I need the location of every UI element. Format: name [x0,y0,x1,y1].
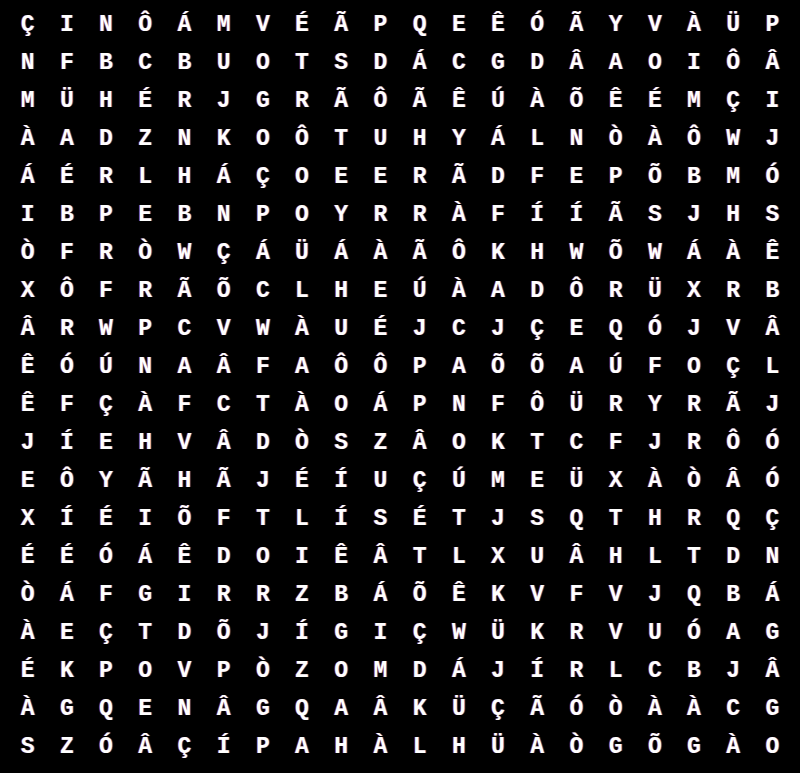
grid-cell[interactable]: O [282,196,321,234]
grid-cell[interactable]: Á [674,234,713,272]
grid-cell[interactable]: W [439,615,478,653]
grid-cell[interactable]: B [47,196,86,234]
grid-cell[interactable]: A [557,348,596,386]
grid-cell[interactable]: W [635,234,674,272]
grid-cell[interactable]: T [439,501,478,539]
grid-cell[interactable]: Ò [126,234,165,272]
grid-cell[interactable]: F [47,234,86,272]
grid-cell[interactable]: Õ [635,729,674,767]
grid-cell[interactable]: Â [557,539,596,577]
grid-cell[interactable]: F [596,425,635,463]
grid-cell[interactable]: Ô [714,425,753,463]
grid-cell[interactable]: Ô [439,234,478,272]
grid-cell[interactable]: Í [322,463,361,501]
grid-cell[interactable]: I [753,82,792,120]
grid-cell[interactable]: R [674,386,713,424]
grid-cell[interactable]: T [674,539,713,577]
grid-cell[interactable]: B [165,196,204,234]
grid-cell[interactable]: R [86,158,125,196]
grid-cell[interactable]: Á [204,158,243,196]
grid-cell[interactable]: D [86,120,125,158]
grid-cell[interactable]: V [596,615,635,653]
grid-cell[interactable]: Á [126,539,165,577]
grid-cell[interactable]: H [596,539,635,577]
grid-cell[interactable]: E [439,6,478,44]
grid-cell[interactable]: Ó [86,539,125,577]
grid-cell[interactable]: Q [557,501,596,539]
grid-cell[interactable]: A [322,691,361,729]
grid-cell[interactable]: Ò [557,729,596,767]
grid-cell[interactable]: K [518,615,557,653]
grid-cell[interactable]: Í [47,501,86,539]
grid-cell[interactable]: U [361,463,400,501]
grid-cell[interactable]: R [126,272,165,310]
grid-cell[interactable]: O [753,729,792,767]
grid-cell[interactable]: E [126,196,165,234]
grid-cell[interactable]: À [439,272,478,310]
grid-cell[interactable]: J [8,425,47,463]
grid-cell[interactable]: R [674,501,713,539]
grid-cell[interactable]: U [518,539,557,577]
grid-cell[interactable]: F [518,158,557,196]
grid-cell[interactable]: P [86,196,125,234]
grid-cell[interactable]: Ê [322,539,361,577]
grid-cell[interactable]: À [8,691,47,729]
grid-cell[interactable]: Ç [518,310,557,348]
grid-cell[interactable]: F [478,196,517,234]
grid-cell[interactable]: Ü [714,6,753,44]
grid-cell[interactable]: Ó [518,6,557,44]
grid-cell[interactable]: É [47,158,86,196]
grid-cell[interactable]: J [243,463,282,501]
grid-cell[interactable]: V [635,6,674,44]
grid-cell[interactable]: J [400,310,439,348]
grid-cell[interactable]: H [322,729,361,767]
grid-cell[interactable]: J [753,120,792,158]
grid-cell[interactable]: À [674,6,713,44]
grid-cell[interactable]: T [282,44,321,82]
grid-cell[interactable]: L [439,539,478,577]
grid-cell[interactable]: Ê [439,577,478,615]
grid-cell[interactable]: C [126,44,165,82]
grid-cell[interactable]: Ò [243,653,282,691]
grid-cell[interactable]: Ü [439,691,478,729]
grid-cell[interactable]: I [674,44,713,82]
grid-cell[interactable]: N [557,120,596,158]
grid-cell[interactable]: Ò [596,691,635,729]
grid-cell[interactable]: Z [126,120,165,158]
grid-cell[interactable]: Á [439,653,478,691]
grid-cell[interactable]: E [322,158,361,196]
grid-cell[interactable]: Ô [714,44,753,82]
grid-cell[interactable]: N [165,120,204,158]
grid-cell[interactable]: G [243,82,282,120]
grid-cell[interactable]: T [322,120,361,158]
grid-cell[interactable]: Ü [478,615,517,653]
grid-cell[interactable]: P [753,6,792,44]
grid-cell[interactable]: T [596,501,635,539]
grid-cell[interactable]: Í [47,425,86,463]
grid-cell[interactable]: É [47,539,86,577]
grid-cell[interactable]: Q [86,691,125,729]
grid-cell[interactable]: I [165,577,204,615]
grid-cell[interactable]: D [518,272,557,310]
grid-cell[interactable]: O [282,158,321,196]
grid-cell[interactable]: P [126,310,165,348]
grid-cell[interactable]: L [282,272,321,310]
grid-cell[interactable]: Y [596,6,635,44]
grid-cell[interactable]: H [518,234,557,272]
grid-cell[interactable]: U [635,615,674,653]
grid-cell[interactable]: Ã [714,386,753,424]
grid-cell[interactable]: J [478,653,517,691]
grid-cell[interactable]: V [714,310,753,348]
grid-cell[interactable]: C [635,653,674,691]
grid-cell[interactable]: E [557,158,596,196]
grid-cell[interactable]: Ê [753,234,792,272]
grid-cell[interactable]: A [439,348,478,386]
grid-cell[interactable]: Õ [478,348,517,386]
grid-cell[interactable]: Ò [674,463,713,501]
grid-cell[interactable]: L [400,729,439,767]
grid-cell[interactable]: C [714,691,753,729]
grid-cell[interactable]: S [322,44,361,82]
grid-cell[interactable]: Ê [478,6,517,44]
grid-cell[interactable]: W [243,310,282,348]
grid-cell[interactable]: E [8,463,47,501]
grid-cell[interactable]: O [243,539,282,577]
grid-cell[interactable]: Ç [714,348,753,386]
grid-cell[interactable]: Ã [439,158,478,196]
grid-cell[interactable]: Â [753,44,792,82]
grid-cell[interactable]: Í [204,729,243,767]
grid-cell[interactable]: Y [322,196,361,234]
grid-cell[interactable]: Z [47,729,86,767]
grid-cell[interactable]: J [635,425,674,463]
grid-cell[interactable]: N [753,539,792,577]
grid-cell[interactable]: S [518,501,557,539]
grid-cell[interactable]: Õ [557,82,596,120]
grid-cell[interactable]: Ó [674,615,713,653]
grid-cell[interactable]: Ê [8,348,47,386]
grid-cell[interactable]: F [635,348,674,386]
grid-cell[interactable]: K [47,653,86,691]
grid-cell[interactable]: V [165,425,204,463]
grid-cell[interactable]: O [322,386,361,424]
grid-cell[interactable]: K [478,577,517,615]
grid-cell[interactable]: E [557,310,596,348]
grid-cell[interactable]: À [635,120,674,158]
grid-cell[interactable]: J [674,196,713,234]
grid-cell[interactable]: R [557,615,596,653]
grid-cell[interactable]: Í [557,196,596,234]
grid-cell[interactable]: C [557,425,596,463]
grid-cell[interactable]: M [714,158,753,196]
grid-cell[interactable]: É [126,82,165,120]
grid-cell[interactable]: Í [282,615,321,653]
grid-cell[interactable]: Ó [86,729,125,767]
grid-cell[interactable]: E [126,691,165,729]
grid-cell[interactable]: B [714,577,753,615]
grid-cell[interactable]: É [282,6,321,44]
grid-cell[interactable]: T [126,615,165,653]
grid-cell[interactable]: Õ [165,501,204,539]
grid-cell[interactable]: F [478,386,517,424]
grid-cell[interactable]: J [674,310,713,348]
grid-cell[interactable]: Ô [47,272,86,310]
grid-cell[interactable]: À [8,615,47,653]
grid-cell[interactable]: V [518,577,557,615]
grid-cell[interactable]: À [518,729,557,767]
grid-cell[interactable]: À [361,729,400,767]
grid-cell[interactable]: Ã [557,6,596,44]
grid-cell[interactable]: U [322,310,361,348]
grid-cell[interactable]: Q [400,6,439,44]
grid-cell[interactable]: Ç [204,234,243,272]
grid-cell[interactable]: Ó [753,463,792,501]
grid-cell[interactable]: O [243,44,282,82]
grid-cell[interactable]: E [86,425,125,463]
grid-cell[interactable]: R [204,577,243,615]
grid-cell[interactable]: J [753,386,792,424]
grid-cell[interactable]: Í [518,196,557,234]
grid-cell[interactable]: Ô [47,463,86,501]
grid-cell[interactable]: G [753,615,792,653]
grid-cell[interactable]: W [557,234,596,272]
grid-cell[interactable]: H [126,425,165,463]
grid-cell[interactable]: Â [361,691,400,729]
grid-cell[interactable]: Ò [8,577,47,615]
grid-cell[interactable]: Â [204,348,243,386]
grid-cell[interactable]: Â [714,463,753,501]
grid-cell[interactable]: H [165,463,204,501]
grid-cell[interactable]: Ê [596,82,635,120]
grid-cell[interactable]: R [282,82,321,120]
grid-cell[interactable]: D [361,44,400,82]
grid-cell[interactable]: Õ [400,577,439,615]
grid-cell[interactable]: M [8,82,47,120]
grid-cell[interactable]: R [400,158,439,196]
grid-cell[interactable]: Ã [204,463,243,501]
grid-cell[interactable]: Ü [47,82,86,120]
grid-cell[interactable]: G [322,615,361,653]
grid-cell[interactable]: W [86,310,125,348]
grid-cell[interactable]: G [126,577,165,615]
grid-cell[interactable]: H [714,196,753,234]
grid-cell[interactable]: Ç [165,729,204,767]
grid-cell[interactable]: Z [361,425,400,463]
grid-cell[interactable]: Ô [126,6,165,44]
grid-cell[interactable]: Ô [557,272,596,310]
grid-cell[interactable]: Ó [47,348,86,386]
grid-cell[interactable]: É [8,539,47,577]
grid-cell[interactable]: É [400,501,439,539]
grid-cell[interactable]: R [674,425,713,463]
grid-cell[interactable]: H [86,82,125,120]
grid-cell[interactable]: Â [204,425,243,463]
grid-cell[interactable]: Ó [635,310,674,348]
grid-cell[interactable]: F [47,44,86,82]
grid-cell[interactable]: L [282,501,321,539]
grid-cell[interactable]: T [518,425,557,463]
grid-cell[interactable]: C [165,310,204,348]
grid-cell[interactable]: N [126,348,165,386]
grid-cell[interactable]: Õ [204,272,243,310]
grid-cell[interactable]: F [165,386,204,424]
grid-cell[interactable]: P [204,653,243,691]
grid-cell[interactable]: C [204,386,243,424]
grid-cell[interactable]: Ã [400,234,439,272]
grid-cell[interactable]: D [204,539,243,577]
grid-cell[interactable]: Ú [400,272,439,310]
grid-cell[interactable]: N [8,44,47,82]
grid-cell[interactable]: Ô [361,82,400,120]
grid-cell[interactable]: Â [753,653,792,691]
grid-cell[interactable]: Ó [753,158,792,196]
grid-cell[interactable]: Á [478,120,517,158]
grid-cell[interactable]: Ô [674,120,713,158]
grid-cell[interactable]: X [674,272,713,310]
grid-cell[interactable]: À [635,691,674,729]
grid-cell[interactable]: Q [596,310,635,348]
grid-cell[interactable]: Á [47,577,86,615]
grid-cell[interactable]: J [478,501,517,539]
grid-cell[interactable]: R [714,272,753,310]
grid-cell[interactable]: X [596,463,635,501]
grid-cell[interactable]: P [86,653,125,691]
grid-cell[interactable]: N [165,691,204,729]
grid-cell[interactable]: A [165,348,204,386]
grid-cell[interactable]: À [282,386,321,424]
grid-cell[interactable]: X [8,272,47,310]
grid-cell[interactable]: Í [518,653,557,691]
grid-cell[interactable]: R [557,653,596,691]
grid-cell[interactable]: I [126,501,165,539]
grid-cell[interactable]: F [86,577,125,615]
grid-cell[interactable]: Ç [753,501,792,539]
grid-cell[interactable]: Ã [322,82,361,120]
grid-cell[interactable]: I [361,615,400,653]
grid-cell[interactable]: À [635,463,674,501]
grid-cell[interactable]: I [282,539,321,577]
grid-cell[interactable]: Ô [282,120,321,158]
grid-cell[interactable]: Ò [282,425,321,463]
grid-cell[interactable]: À [282,310,321,348]
grid-cell[interactable]: V [204,310,243,348]
grid-cell[interactable]: U [361,120,400,158]
grid-cell[interactable]: X [478,539,517,577]
grid-cell[interactable]: L [635,539,674,577]
grid-cell[interactable]: Ê [439,82,478,120]
grid-cell[interactable]: R [400,196,439,234]
grid-cell[interactable]: C [439,310,478,348]
grid-cell[interactable]: Ê [8,386,47,424]
grid-cell[interactable]: R [86,234,125,272]
grid-cell[interactable]: Á [165,6,204,44]
grid-cell[interactable]: W [714,120,753,158]
grid-cell[interactable]: R [596,272,635,310]
grid-cell[interactable]: À [8,120,47,158]
grid-cell[interactable]: F [557,577,596,615]
grid-cell[interactable]: H [635,501,674,539]
grid-cell[interactable]: É [635,82,674,120]
grid-cell[interactable]: Q [282,691,321,729]
grid-cell[interactable]: O [322,653,361,691]
grid-cell[interactable]: J [635,577,674,615]
grid-cell[interactable]: G [47,691,86,729]
grid-cell[interactable]: R [243,577,282,615]
grid-cell[interactable]: Â [557,44,596,82]
grid-cell[interactable]: Ã [518,691,557,729]
grid-cell[interactable]: T [243,386,282,424]
grid-cell[interactable]: H [439,729,478,767]
grid-cell[interactable]: Ú [86,348,125,386]
grid-cell[interactable]: Á [361,386,400,424]
grid-cell[interactable]: Ã [165,272,204,310]
grid-cell[interactable]: F [204,501,243,539]
grid-cell[interactable]: Ü [282,234,321,272]
grid-cell[interactable]: Ç [714,82,753,120]
grid-cell[interactable]: Â [204,691,243,729]
grid-cell[interactable]: Ü [557,463,596,501]
grid-cell[interactable]: Á [243,234,282,272]
grid-cell[interactable]: S [8,729,47,767]
grid-cell[interactable]: É [282,463,321,501]
grid-cell[interactable]: M [674,82,713,120]
grid-cell[interactable]: O [635,44,674,82]
grid-cell[interactable]: V [243,6,282,44]
grid-cell[interactable]: D [518,44,557,82]
grid-cell[interactable]: Ç [8,6,47,44]
grid-cell[interactable]: I [8,196,47,234]
grid-cell[interactable]: Z [282,653,321,691]
grid-cell[interactable]: B [753,272,792,310]
grid-cell[interactable]: P [243,196,282,234]
grid-cell[interactable]: R [361,196,400,234]
grid-cell[interactable]: Ú [596,348,635,386]
grid-cell[interactable]: M [478,463,517,501]
grid-cell[interactable]: Ã [596,196,635,234]
grid-cell[interactable]: G [674,729,713,767]
grid-cell[interactable]: G [243,691,282,729]
grid-cell[interactable]: Ô [518,386,557,424]
grid-cell[interactable]: T [400,539,439,577]
grid-cell[interactable]: À [361,234,400,272]
grid-cell[interactable]: B [322,577,361,615]
grid-cell[interactable]: X [8,501,47,539]
grid-cell[interactable]: J [478,310,517,348]
grid-cell[interactable]: B [674,653,713,691]
grid-cell[interactable]: D [400,653,439,691]
grid-cell[interactable]: S [635,196,674,234]
grid-cell[interactable]: Â [126,729,165,767]
grid-cell[interactable]: H [165,158,204,196]
grid-cell[interactable]: S [753,196,792,234]
grid-cell[interactable]: N [439,386,478,424]
grid-cell[interactable]: Ç [400,615,439,653]
grid-cell[interactable]: E [361,272,400,310]
grid-cell[interactable]: A [714,615,753,653]
grid-cell[interactable]: Ã [126,463,165,501]
grid-cell[interactable]: A [596,44,635,82]
grid-cell[interactable]: À [518,82,557,120]
grid-cell[interactable]: Â [400,425,439,463]
grid-cell[interactable]: Á [322,234,361,272]
grid-cell[interactable]: R [47,310,86,348]
grid-cell[interactable]: O [243,120,282,158]
grid-cell[interactable]: R [165,82,204,120]
grid-cell[interactable]: C [243,272,282,310]
